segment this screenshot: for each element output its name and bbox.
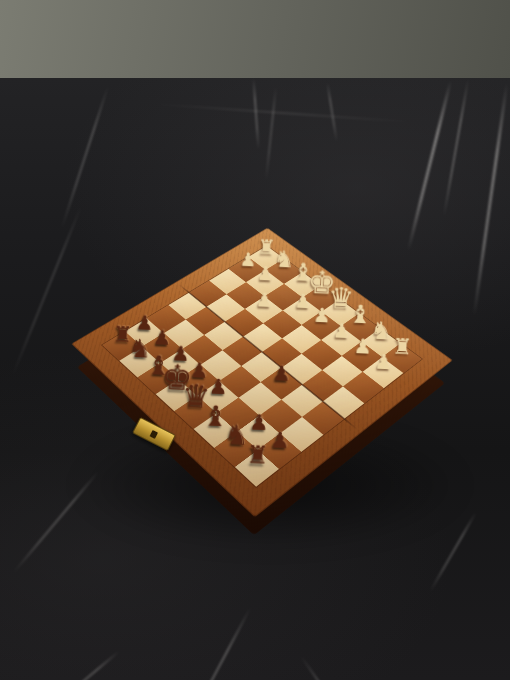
board-3d-wrap: ♜♞♝♚♛♝♞♜♟♟♟♟♟♟♟♟♟♟♟♟♟♟♟♟♜♞♝♚♛♝♞♜ (85, 175, 440, 530)
marble-vein (473, 83, 509, 316)
marble-vein (46, 650, 120, 680)
square-e5[interactable] (222, 337, 262, 367)
marble-vein (150, 103, 414, 123)
marble-vein (175, 607, 252, 680)
marble-vein (326, 82, 337, 142)
wall (0, 0, 510, 80)
square-f3[interactable]: ♟ (245, 296, 283, 323)
square-a8[interactable]: ♜ (235, 450, 280, 487)
marble-vein (429, 512, 477, 593)
marble-vein (11, 204, 82, 376)
marble-vein (300, 656, 366, 680)
photo-scene: ♜♞♝♚♛♝♞♜♟♟♟♟♟♟♟♟♟♟♟♟♟♟♟♟♜♞♝♚♛♝♞♜ (0, 0, 510, 680)
piece-black-pawn[interactable]: ♟ (258, 362, 306, 385)
marble-vein (252, 78, 259, 150)
marble-vein (265, 86, 277, 181)
square-a2[interactable]: ♟ (363, 357, 404, 388)
piece-white-pawn[interactable]: ♟ (242, 289, 287, 310)
chess-board[interactable]: ♜♞♝♚♛♝♞♜♟♟♟♟♟♟♟♟♟♟♟♟♟♟♟♟♜♞♝♚♛♝♞♜ (71, 228, 452, 517)
chess-set: ♜♞♝♚♛♝♞♜♟♟♟♟♟♟♟♟♟♟♟♟♟♟♟♟♜♞♝♚♛♝♞♜ (85, 175, 440, 530)
piece-black-rook[interactable]: ♜ (231, 442, 283, 469)
piece-white-pawn[interactable]: ♟ (360, 351, 408, 373)
chess-board-grid: ♜♞♝♚♛♝♞♜♟♟♟♟♟♟♟♟♟♟♟♟♟♟♟♟♜♞♝♚♛♝♞♜ (102, 246, 421, 487)
